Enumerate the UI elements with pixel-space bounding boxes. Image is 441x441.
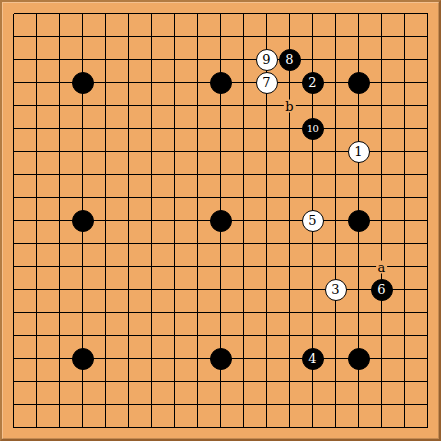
board-point[interactable] (2, 393, 25, 416)
board-point[interactable] (25, 163, 48, 186)
board-point[interactable] (117, 163, 140, 186)
board-point[interactable]: 2 (301, 71, 324, 94)
board-point[interactable] (94, 186, 117, 209)
board-point[interactable] (2, 163, 25, 186)
board-point[interactable] (209, 301, 232, 324)
board-point[interactable] (416, 278, 439, 301)
board-point[interactable] (186, 255, 209, 278)
board-point[interactable] (163, 117, 186, 140)
board-point[interactable] (140, 255, 163, 278)
board-point[interactable] (2, 2, 25, 25)
board-point[interactable] (71, 71, 94, 94)
board-point[interactable] (25, 347, 48, 370)
board-point[interactable] (232, 232, 255, 255)
board-point[interactable] (301, 48, 324, 71)
board-point[interactable] (25, 2, 48, 25)
board-point[interactable] (94, 232, 117, 255)
board-point[interactable] (278, 347, 301, 370)
board-point[interactable] (370, 140, 393, 163)
board-point[interactable] (186, 324, 209, 347)
board-point[interactable] (209, 278, 232, 301)
board-point[interactable] (163, 416, 186, 439)
board-point[interactable] (163, 186, 186, 209)
board-point[interactable] (255, 186, 278, 209)
board-point[interactable] (2, 370, 25, 393)
board-point[interactable] (209, 48, 232, 71)
board-point[interactable] (140, 94, 163, 117)
board-point[interactable] (393, 140, 416, 163)
board-point[interactable] (255, 393, 278, 416)
board-point[interactable] (48, 140, 71, 163)
board-point[interactable] (347, 209, 370, 232)
board-point[interactable] (416, 71, 439, 94)
board-point[interactable] (416, 25, 439, 48)
board-point[interactable] (48, 2, 71, 25)
board-point[interactable] (48, 71, 71, 94)
board-point[interactable] (393, 209, 416, 232)
board-point[interactable] (232, 2, 255, 25)
board-point[interactable] (48, 393, 71, 416)
board-point[interactable] (48, 255, 71, 278)
board-point[interactable] (94, 278, 117, 301)
board-point[interactable] (94, 94, 117, 117)
board-point[interactable] (71, 209, 94, 232)
board-point[interactable] (163, 2, 186, 25)
board-point[interactable] (324, 48, 347, 71)
board-point[interactable] (278, 324, 301, 347)
board-point[interactable] (232, 301, 255, 324)
board-point[interactable] (324, 370, 347, 393)
board-point[interactable] (48, 209, 71, 232)
board-point[interactable] (2, 255, 25, 278)
board-point[interactable] (393, 186, 416, 209)
board-point[interactable] (117, 301, 140, 324)
board-point[interactable] (324, 301, 347, 324)
board-point[interactable] (140, 232, 163, 255)
board-point[interactable] (94, 324, 117, 347)
board-point[interactable] (393, 163, 416, 186)
board-point[interactable] (25, 301, 48, 324)
board-point[interactable] (186, 278, 209, 301)
board-point[interactable] (186, 48, 209, 71)
board-point[interactable] (301, 232, 324, 255)
board-point[interactable] (393, 393, 416, 416)
board-point[interactable] (25, 117, 48, 140)
board-point[interactable] (140, 71, 163, 94)
board-point[interactable] (163, 25, 186, 48)
board-point[interactable] (94, 209, 117, 232)
board-point[interactable] (25, 416, 48, 439)
board-point[interactable] (140, 140, 163, 163)
board-point[interactable] (301, 370, 324, 393)
board-point[interactable]: 9 (255, 48, 278, 71)
board-point[interactable] (370, 117, 393, 140)
board-point[interactable] (117, 117, 140, 140)
board-point[interactable]: 3 (324, 278, 347, 301)
board-point[interactable] (117, 232, 140, 255)
board-point[interactable] (347, 324, 370, 347)
board-point[interactable] (186, 232, 209, 255)
board-point[interactable] (186, 25, 209, 48)
board-point[interactable] (393, 94, 416, 117)
board-point[interactable] (117, 324, 140, 347)
board-point[interactable] (163, 324, 186, 347)
board-point[interactable] (71, 232, 94, 255)
board-point[interactable]: 6 (370, 278, 393, 301)
board-point[interactable] (140, 117, 163, 140)
board-point[interactable] (140, 2, 163, 25)
board-point[interactable] (416, 393, 439, 416)
board-point[interactable]: b (278, 94, 301, 117)
board-point[interactable] (140, 25, 163, 48)
board-point[interactable] (48, 94, 71, 117)
board-point[interactable] (416, 370, 439, 393)
board-point[interactable] (94, 71, 117, 94)
board-point[interactable] (94, 2, 117, 25)
board-point[interactable] (25, 255, 48, 278)
board-point[interactable] (232, 370, 255, 393)
board-point[interactable] (278, 255, 301, 278)
board-point[interactable] (301, 416, 324, 439)
board-point[interactable] (278, 232, 301, 255)
board-point[interactable] (2, 347, 25, 370)
board-point[interactable] (2, 416, 25, 439)
board-point[interactable] (324, 255, 347, 278)
board-point[interactable] (232, 255, 255, 278)
board-point[interactable] (2, 232, 25, 255)
board-point[interactable] (347, 186, 370, 209)
board-point[interactable] (347, 232, 370, 255)
board-point[interactable] (370, 25, 393, 48)
board-point[interactable] (209, 163, 232, 186)
board-point[interactable] (278, 370, 301, 393)
board-point[interactable] (232, 117, 255, 140)
board-point[interactable] (2, 278, 25, 301)
board-point[interactable] (347, 255, 370, 278)
board-point[interactable] (416, 117, 439, 140)
board-point[interactable] (209, 117, 232, 140)
board-point[interactable] (209, 71, 232, 94)
board-point[interactable] (416, 255, 439, 278)
board-point[interactable] (71, 48, 94, 71)
board-point[interactable] (301, 94, 324, 117)
board-point[interactable] (48, 370, 71, 393)
board-point[interactable] (186, 186, 209, 209)
board-point[interactable] (186, 370, 209, 393)
board-point[interactable] (393, 255, 416, 278)
board-point[interactable] (370, 393, 393, 416)
board-point[interactable] (370, 347, 393, 370)
board-point[interactable] (393, 25, 416, 48)
board-point[interactable] (255, 370, 278, 393)
board-point[interactable] (2, 209, 25, 232)
board-point[interactable] (347, 117, 370, 140)
board-point[interactable] (140, 416, 163, 439)
board-point[interactable] (71, 140, 94, 163)
board-point[interactable] (278, 186, 301, 209)
board-point[interactable] (278, 301, 301, 324)
board-point[interactable] (25, 186, 48, 209)
board-point[interactable] (416, 209, 439, 232)
board-point[interactable] (301, 393, 324, 416)
board-point[interactable] (232, 186, 255, 209)
board-point[interactable] (416, 186, 439, 209)
board-point[interactable] (2, 71, 25, 94)
board-point[interactable] (163, 48, 186, 71)
board-point[interactable] (209, 140, 232, 163)
board-point[interactable] (2, 324, 25, 347)
board-point[interactable] (278, 163, 301, 186)
board-point[interactable] (301, 255, 324, 278)
board-point[interactable] (370, 71, 393, 94)
board-point[interactable]: a (370, 255, 393, 278)
board-point[interactable] (140, 186, 163, 209)
board-point[interactable] (255, 117, 278, 140)
board-point[interactable] (140, 163, 163, 186)
board-point[interactable] (232, 140, 255, 163)
board-point[interactable] (393, 324, 416, 347)
board-point[interactable] (2, 48, 25, 71)
board-point[interactable] (278, 71, 301, 94)
board-point[interactable] (140, 324, 163, 347)
board-point[interactable] (140, 209, 163, 232)
board-point[interactable] (2, 25, 25, 48)
board-point[interactable] (25, 393, 48, 416)
board-point[interactable] (94, 140, 117, 163)
board-point[interactable] (416, 163, 439, 186)
board-point[interactable] (393, 278, 416, 301)
board-point[interactable] (2, 94, 25, 117)
board-point[interactable] (117, 209, 140, 232)
board-point[interactable] (301, 2, 324, 25)
board-point[interactable] (416, 94, 439, 117)
board-point[interactable] (393, 347, 416, 370)
board-point[interactable] (278, 416, 301, 439)
board-point[interactable] (94, 117, 117, 140)
board-point[interactable] (117, 94, 140, 117)
board-point[interactable] (370, 209, 393, 232)
board-point[interactable] (140, 393, 163, 416)
board-point[interactable]: 5 (301, 209, 324, 232)
board-point[interactable] (232, 25, 255, 48)
board-point[interactable] (324, 186, 347, 209)
board-point[interactable] (393, 71, 416, 94)
board-point[interactable] (278, 393, 301, 416)
board-point[interactable] (278, 140, 301, 163)
board-point[interactable] (209, 324, 232, 347)
board-point[interactable] (255, 209, 278, 232)
board-point[interactable] (255, 232, 278, 255)
board-point[interactable] (117, 278, 140, 301)
board-point[interactable] (186, 301, 209, 324)
board-point[interactable] (140, 301, 163, 324)
board-point[interactable] (347, 347, 370, 370)
board-point[interactable] (117, 416, 140, 439)
board-point[interactable] (48, 186, 71, 209)
board-point[interactable] (94, 25, 117, 48)
board-point[interactable] (163, 163, 186, 186)
board-point[interactable] (71, 347, 94, 370)
board-point[interactable] (71, 94, 94, 117)
board-point[interactable] (117, 393, 140, 416)
board-point[interactable] (347, 25, 370, 48)
board-point[interactable] (255, 301, 278, 324)
board-point[interactable] (370, 94, 393, 117)
board-point[interactable] (416, 416, 439, 439)
board-point[interactable] (117, 347, 140, 370)
board-point[interactable] (324, 117, 347, 140)
board-point[interactable] (163, 71, 186, 94)
board-point[interactable] (255, 278, 278, 301)
board-point[interactable] (370, 324, 393, 347)
board-point[interactable] (347, 94, 370, 117)
board-point[interactable] (2, 301, 25, 324)
board-point[interactable] (209, 94, 232, 117)
board-point[interactable] (186, 163, 209, 186)
board-point[interactable] (232, 163, 255, 186)
board-point[interactable] (347, 48, 370, 71)
board-point[interactable] (71, 301, 94, 324)
board-point[interactable]: 10 (301, 117, 324, 140)
board-point[interactable] (301, 301, 324, 324)
board-point[interactable] (209, 25, 232, 48)
board-point[interactable] (347, 301, 370, 324)
board-point[interactable] (71, 416, 94, 439)
board-point[interactable] (140, 278, 163, 301)
board-point[interactable] (71, 25, 94, 48)
board-point[interactable] (48, 324, 71, 347)
board-point[interactable] (370, 2, 393, 25)
board-point[interactable] (71, 255, 94, 278)
board-point[interactable] (347, 163, 370, 186)
board-point[interactable] (163, 232, 186, 255)
board-point[interactable] (25, 140, 48, 163)
board-point[interactable] (71, 370, 94, 393)
board-point[interactable] (393, 301, 416, 324)
board-point[interactable] (324, 416, 347, 439)
board-point[interactable] (186, 140, 209, 163)
board-point[interactable] (25, 232, 48, 255)
board-point[interactable] (209, 2, 232, 25)
board-point[interactable] (25, 48, 48, 71)
board-point[interactable] (25, 324, 48, 347)
board-point[interactable] (71, 117, 94, 140)
board-point[interactable] (163, 255, 186, 278)
board-point[interactable] (94, 416, 117, 439)
board-point[interactable] (255, 25, 278, 48)
board-point[interactable] (25, 94, 48, 117)
board-point[interactable] (209, 186, 232, 209)
board-point[interactable] (232, 94, 255, 117)
board-point[interactable] (117, 48, 140, 71)
board-point[interactable]: 1 (347, 140, 370, 163)
board-point[interactable] (301, 140, 324, 163)
board-point[interactable] (347, 71, 370, 94)
board-point[interactable] (25, 278, 48, 301)
board-point[interactable] (416, 324, 439, 347)
board-point[interactable] (209, 416, 232, 439)
board-point[interactable] (393, 370, 416, 393)
board-point[interactable] (48, 416, 71, 439)
board-point[interactable] (255, 140, 278, 163)
board-point[interactable] (347, 2, 370, 25)
board-point[interactable] (71, 393, 94, 416)
board-point[interactable] (324, 2, 347, 25)
board-point[interactable] (370, 370, 393, 393)
board-point[interactable] (163, 347, 186, 370)
board-point[interactable] (278, 117, 301, 140)
board-point[interactable] (140, 370, 163, 393)
board-point[interactable] (94, 301, 117, 324)
board-point[interactable] (117, 2, 140, 25)
board-point[interactable] (416, 347, 439, 370)
board-point[interactable] (324, 209, 347, 232)
board-point[interactable] (232, 324, 255, 347)
board-point[interactable] (255, 94, 278, 117)
board-point[interactable] (71, 2, 94, 25)
board-point[interactable] (48, 117, 71, 140)
board-point[interactable] (140, 347, 163, 370)
board-point[interactable] (370, 163, 393, 186)
board-point[interactable] (163, 393, 186, 416)
board-point[interactable] (163, 209, 186, 232)
board-point[interactable] (393, 2, 416, 25)
board-point[interactable] (163, 278, 186, 301)
board-point[interactable] (393, 416, 416, 439)
board-point[interactable] (232, 209, 255, 232)
board-point[interactable] (94, 393, 117, 416)
board-point[interactable] (209, 347, 232, 370)
board-point[interactable] (416, 2, 439, 25)
board-point[interactable] (25, 370, 48, 393)
board-point[interactable] (117, 25, 140, 48)
board-point[interactable] (324, 347, 347, 370)
board-point[interactable] (347, 393, 370, 416)
board-point[interactable] (186, 209, 209, 232)
board-point[interactable] (48, 25, 71, 48)
board-point[interactable] (370, 186, 393, 209)
board-point[interactable] (278, 209, 301, 232)
board-point[interactable] (25, 71, 48, 94)
board-point[interactable] (347, 370, 370, 393)
board-point[interactable] (255, 416, 278, 439)
board-point[interactable] (94, 48, 117, 71)
board-point[interactable] (2, 117, 25, 140)
board-point[interactable] (186, 347, 209, 370)
board-point[interactable] (370, 232, 393, 255)
board-point[interactable] (117, 140, 140, 163)
board-point[interactable] (25, 25, 48, 48)
board-point[interactable] (2, 186, 25, 209)
board-point[interactable] (301, 324, 324, 347)
board-point[interactable]: 4 (301, 347, 324, 370)
board-point[interactable] (278, 25, 301, 48)
board-point[interactable] (393, 117, 416, 140)
board-point[interactable] (347, 416, 370, 439)
board-point[interactable] (232, 278, 255, 301)
board-point[interactable] (117, 370, 140, 393)
board-point[interactable] (393, 48, 416, 71)
board-point[interactable] (209, 370, 232, 393)
board-point[interactable] (163, 94, 186, 117)
board-point[interactable] (301, 278, 324, 301)
board-point[interactable] (163, 370, 186, 393)
board-point[interactable] (71, 324, 94, 347)
board-point[interactable] (278, 2, 301, 25)
board-point[interactable] (255, 2, 278, 25)
board-point[interactable] (255, 255, 278, 278)
board-point[interactable] (48, 278, 71, 301)
